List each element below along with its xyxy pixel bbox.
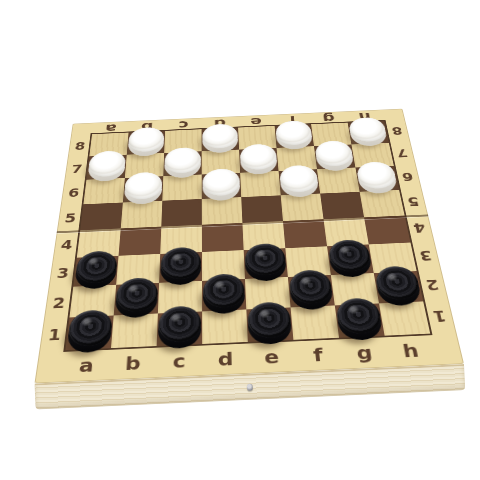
coord-label-6: 6 (61, 180, 87, 206)
piece-white-h8[interactable] (348, 117, 389, 147)
piece-white-d6[interactable] (202, 168, 240, 201)
square-g5[interactable] (320, 192, 364, 219)
piece-black-b2[interactable] (114, 277, 158, 318)
coord-label-e: e (248, 340, 296, 374)
square-c6[interactable] (162, 174, 201, 200)
square-b1[interactable] (111, 313, 158, 348)
coord-label-8: 8 (68, 134, 92, 157)
square-c5[interactable] (161, 199, 202, 227)
piece-white-f6[interactable] (279, 165, 320, 198)
coord-label-h: h (385, 334, 437, 368)
square-f1[interactable] (291, 305, 339, 339)
piece-black-g3[interactable] (327, 239, 373, 278)
piece-white-c7[interactable] (164, 147, 201, 179)
square-d1[interactable] (202, 309, 248, 344)
square-f4[interactable] (283, 219, 327, 248)
square-f5[interactable] (281, 194, 324, 221)
checkers-board: abcdefgh abcdefgh 87654321 87654321 (34, 109, 464, 384)
piece-black-e1[interactable] (247, 301, 293, 345)
square-d5[interactable] (202, 197, 243, 225)
square-b5[interactable] (121, 201, 163, 229)
square-h4[interactable] (364, 216, 410, 245)
piece-black-f2[interactable] (288, 269, 334, 310)
piece-white-e7[interactable] (240, 144, 278, 175)
square-b4[interactable] (119, 227, 162, 256)
piece-black-c1[interactable] (157, 305, 201, 349)
board-tilt-wrapper: abcdefgh abcdefgh 87654321 87654321 (17, 0, 465, 408)
piece-black-h2[interactable] (374, 265, 423, 306)
piece-white-f8[interactable] (275, 120, 313, 150)
coord-label-b: b (108, 346, 156, 380)
hinge-screw-icon (247, 384, 253, 391)
coord-label-5: 5 (57, 204, 83, 231)
piece-white-h6[interactable] (355, 161, 398, 194)
coord-label-f: f (293, 338, 343, 372)
piece-white-a7[interactable] (87, 150, 126, 182)
piece-black-a3[interactable] (74, 250, 118, 289)
piece-white-d8[interactable] (202, 123, 238, 153)
coord-label-d: d (202, 342, 249, 376)
square-a5[interactable] (80, 203, 123, 231)
piece-black-e3[interactable] (244, 243, 287, 282)
coord-label-7: 7 (64, 156, 89, 180)
piece-black-d2[interactable] (203, 273, 246, 314)
coord-label-g: g (339, 336, 390, 370)
square-d4[interactable] (202, 223, 244, 252)
square-h1[interactable] (379, 301, 430, 335)
square-e6[interactable] (240, 171, 281, 197)
square-h5[interactable] (360, 190, 405, 217)
piece-black-a1[interactable] (66, 309, 113, 353)
checkers-board-photo: abcdefgh abcdefgh 87654321 87654321 (0, 0, 480, 480)
piece-white-g7[interactable] (314, 140, 355, 171)
square-a6[interactable] (83, 178, 124, 204)
coord-label-c: c (155, 344, 202, 378)
square-e5[interactable] (241, 195, 283, 223)
piece-white-b8[interactable] (127, 127, 164, 157)
piece-black-g1[interactable] (335, 297, 384, 341)
piece-white-b6[interactable] (123, 172, 162, 205)
square-g6[interactable] (317, 167, 360, 193)
coord-label-4: 4 (53, 230, 80, 259)
piece-black-c3[interactable] (160, 247, 201, 286)
